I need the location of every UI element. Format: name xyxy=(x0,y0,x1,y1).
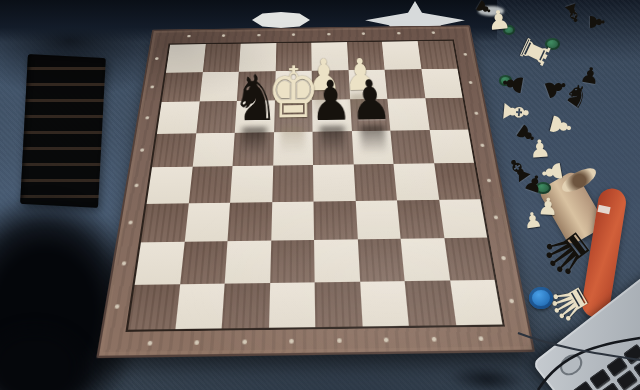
square-h2 xyxy=(444,238,495,280)
square-e4 xyxy=(313,164,355,201)
black-bishop-lying: ♝ xyxy=(559,0,587,28)
white-pawn-standing: ♟ xyxy=(528,136,551,161)
square-a1 xyxy=(128,284,180,330)
square-e3 xyxy=(314,201,358,240)
square-b4 xyxy=(188,166,232,203)
square-h6 xyxy=(425,98,468,130)
square-f1 xyxy=(360,281,409,327)
square-e1 xyxy=(315,281,362,327)
coordinate-dot xyxy=(397,32,401,35)
square-h4 xyxy=(434,163,481,200)
piece-black-pawn-f6: ♟ xyxy=(349,73,394,129)
laptop-logo-icon xyxy=(556,350,587,380)
white-pawn-lying: ♟ xyxy=(537,158,567,185)
black-pawn-lying: ♟ xyxy=(587,13,607,31)
square-d5 xyxy=(273,131,313,165)
white-pawn-standing: ♟ xyxy=(522,209,544,232)
blue-bottle-cap xyxy=(529,287,553,309)
slatted-piece-box xyxy=(20,54,106,208)
square-g7 xyxy=(385,69,425,99)
piece-black-pawn-e6: ♟ xyxy=(310,73,353,129)
laptop-keyboard xyxy=(572,344,640,390)
square-c4 xyxy=(230,166,273,203)
square-g8 xyxy=(382,41,421,69)
square-f4 xyxy=(353,164,397,201)
square-d1 xyxy=(268,282,315,328)
coordinate-dot xyxy=(257,34,260,37)
dark-object-bottom xyxy=(447,363,527,390)
square-b3 xyxy=(184,202,230,241)
webcam-chess-photo: ♟♟♞♚♟♟ ♟♝♟♟♜♟♟♞♟♝♟♟♟♝♟♟♟♟♛♛ xyxy=(0,0,640,390)
laptop-key xyxy=(572,381,593,390)
square-a4 xyxy=(147,167,193,204)
square-a8 xyxy=(166,44,205,72)
square-h1 xyxy=(450,279,503,325)
chess-board: ♟♟♞♚♟♟ xyxy=(96,25,535,358)
square-h3 xyxy=(439,199,488,238)
square-g4 xyxy=(394,163,439,200)
square-e2 xyxy=(314,239,360,281)
square-g1 xyxy=(405,280,456,326)
square-b5 xyxy=(192,132,235,166)
square-e5 xyxy=(313,131,354,165)
square-d2 xyxy=(270,240,315,283)
square-g2 xyxy=(401,238,450,280)
square-a5 xyxy=(152,133,196,167)
square-h5 xyxy=(429,129,474,163)
coordinate-dot xyxy=(327,33,330,36)
square-d4 xyxy=(272,165,314,202)
square-c1 xyxy=(222,282,270,328)
square-h8 xyxy=(417,41,457,69)
square-b1 xyxy=(175,283,225,329)
square-c5 xyxy=(232,132,273,166)
square-f5 xyxy=(351,130,393,164)
black-pawn-lying: ♟ xyxy=(578,63,601,88)
black-piece-lying: ♟ xyxy=(498,70,528,97)
laptop-key xyxy=(623,344,640,365)
square-g5 xyxy=(390,130,433,164)
dark-foreground-shape xyxy=(0,320,95,390)
